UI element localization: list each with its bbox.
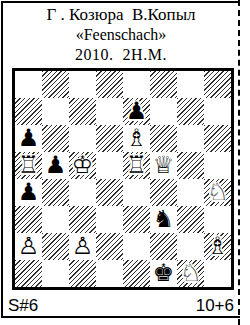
piece-glyph: ♖ — [126, 152, 148, 179]
white-knight-h4: ♞♘ — [204, 179, 231, 206]
square-c3 — [69, 206, 96, 233]
piece-glyph: ♚ — [153, 260, 175, 287]
square-f7 — [150, 98, 177, 125]
square-a7 — [15, 98, 42, 125]
square-g2 — [177, 233, 204, 260]
black-pawn-e7: ♟♟ — [123, 98, 150, 125]
square-d6 — [96, 125, 123, 152]
square-b2 — [42, 233, 69, 260]
square-h6 — [204, 125, 231, 152]
square-h3 — [204, 206, 231, 233]
square-c5: ♚♔ — [69, 152, 96, 179]
square-e5: ♜♖ — [123, 152, 150, 179]
square-c2: ♟♙ — [69, 233, 96, 260]
black-pawn-a6: ♟♟ — [15, 125, 42, 152]
white-pawn-c2: ♟♙ — [69, 233, 96, 260]
square-f3: ♞♞ — [150, 206, 177, 233]
piece-glyph: ♗ — [207, 233, 229, 260]
diagram-header: Г . Козюра В.Копыл «Feenschach» 2010. 2H… — [4, 5, 238, 65]
white-rook-e5: ♜♖ — [123, 152, 150, 179]
square-c1 — [69, 260, 96, 287]
square-a5: ♜♖ — [15, 152, 42, 179]
square-e3 — [123, 206, 150, 233]
square-g3 — [177, 206, 204, 233]
piece-glyph: ♙ — [18, 233, 40, 260]
piece-glyph: ♘ — [207, 179, 229, 206]
piece-glyph: ♙ — [72, 233, 94, 260]
square-f4 — [150, 179, 177, 206]
piece-glyph: ♟ — [18, 179, 40, 206]
square-b3 — [42, 206, 69, 233]
square-d5 — [96, 152, 123, 179]
square-e7: ♟♟ — [123, 98, 150, 125]
black-knight-f3: ♞♞ — [150, 206, 177, 233]
square-h4: ♞♘ — [204, 179, 231, 206]
material-count-label: 10+6 — [196, 296, 234, 316]
source-line: «Feenschach» — [4, 25, 238, 45]
square-c6 — [69, 125, 96, 152]
square-a2: ♟♙ — [15, 233, 42, 260]
square-a8 — [15, 71, 42, 98]
square-f5: ♛♕ — [150, 152, 177, 179]
square-e6: ♝♗ — [123, 125, 150, 152]
white-bishop-e6: ♝♗ — [123, 125, 150, 152]
piece-glyph: ♟ — [126, 98, 148, 125]
stipulation-label: S#6 — [8, 296, 38, 316]
square-b1 — [42, 260, 69, 287]
authors-line: Г . Козюра В.Копыл — [4, 5, 238, 25]
square-c4 — [69, 179, 96, 206]
dashed-cut-line — [238, 0, 240, 325]
piece-glyph: ♖ — [18, 152, 40, 179]
square-f2 — [150, 233, 177, 260]
square-h7 — [204, 98, 231, 125]
square-a3 — [15, 206, 42, 233]
chess-problem-diagram: Г . Козюра В.Копыл «Feenschach» 2010. 2H… — [0, 0, 250, 325]
black-pawn-a4: ♟♟ — [15, 179, 42, 206]
square-e1 — [123, 260, 150, 287]
white-knight-g1: ♞♘ — [177, 260, 204, 287]
square-f6 — [150, 125, 177, 152]
square-d1 — [96, 260, 123, 287]
square-c8 — [69, 71, 96, 98]
square-g1: ♞♘ — [177, 260, 204, 287]
square-g5 — [177, 152, 204, 179]
chess-board: ♟♟♟♟♝♗♜♖♟♟♚♔♜♖♛♕♟♟♞♘♞♞♟♙♟♙♝♗♚♚♞♘ — [12, 68, 234, 290]
square-d4 — [96, 179, 123, 206]
square-g8 — [177, 71, 204, 98]
square-h1 — [204, 260, 231, 287]
black-pawn-b5: ♟♟ — [42, 152, 69, 179]
square-g6 — [177, 125, 204, 152]
year-award-line: 2010. 2H.M. — [4, 45, 238, 65]
square-g4 — [177, 179, 204, 206]
piece-glyph: ♞ — [153, 206, 175, 233]
white-pawn-a2: ♟♙ — [15, 233, 42, 260]
black-king-f1: ♚♚ — [150, 260, 177, 287]
square-d3 — [96, 206, 123, 233]
square-h5 — [204, 152, 231, 179]
square-d2 — [96, 233, 123, 260]
square-b6 — [42, 125, 69, 152]
square-a6: ♟♟ — [15, 125, 42, 152]
white-rook-a5: ♜♖ — [15, 152, 42, 179]
square-d7 — [96, 98, 123, 125]
piece-glyph: ♟ — [45, 152, 67, 179]
white-queen-f5: ♛♕ — [150, 152, 177, 179]
square-b8 — [42, 71, 69, 98]
piece-glyph: ♔ — [72, 152, 94, 179]
piece-glyph: ♕ — [153, 152, 175, 179]
square-b4 — [42, 179, 69, 206]
square-g7 — [177, 98, 204, 125]
square-e8 — [123, 71, 150, 98]
white-bishop-h2: ♝♗ — [204, 233, 231, 260]
square-b5: ♟♟ — [42, 152, 69, 179]
square-e4 — [123, 179, 150, 206]
square-a1 — [15, 260, 42, 287]
piece-glyph: ♘ — [180, 260, 202, 287]
white-king-c5: ♚♔ — [69, 152, 96, 179]
square-h8 — [204, 71, 231, 98]
square-a4: ♟♟ — [15, 179, 42, 206]
square-h2: ♝♗ — [204, 233, 231, 260]
piece-glyph: ♗ — [126, 125, 148, 152]
square-e2 — [123, 233, 150, 260]
square-f1: ♚♚ — [150, 260, 177, 287]
square-d8 — [96, 71, 123, 98]
piece-glyph: ♟ — [18, 125, 40, 152]
square-f8 — [150, 71, 177, 98]
diagram-footer: S#6 10+6 — [8, 296, 234, 316]
square-c7 — [69, 98, 96, 125]
square-b7 — [42, 98, 69, 125]
